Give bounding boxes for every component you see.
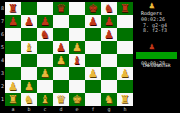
- black-clock: 00:00:28: [141, 61, 165, 66]
- black-pawn[interactable]: ♟: [85, 15, 101, 28]
- white-knight[interactable]: ♞: [101, 93, 117, 106]
- square-f1[interactable]: [85, 93, 101, 106]
- black-pawn[interactable]: ♟: [5, 15, 21, 28]
- square-e1[interactable]: ♚: [69, 93, 85, 106]
- black-pawn[interactable]: ♟: [21, 15, 37, 28]
- square-g8[interactable]: ♞: [101, 2, 117, 15]
- square-e4[interactable]: ♝: [69, 54, 85, 67]
- square-c8[interactable]: [37, 2, 53, 15]
- black-rook[interactable]: ♜: [117, 2, 133, 15]
- square-f3[interactable]: ♟: [85, 67, 101, 80]
- file-labels: abcdefgh: [5, 106, 133, 113]
- square-b6[interactable]: [21, 28, 37, 41]
- chess-board[interactable]: ♜♛♚♞♜♟♟♟♟♟♞♟♝♟♟♟♝♟♟♟♟♟♜♞♝♛♚♞♜: [5, 2, 133, 106]
- square-d3[interactable]: [53, 67, 69, 80]
- square-d6[interactable]: [53, 28, 69, 41]
- square-e2[interactable]: [69, 80, 85, 93]
- white-pawn[interactable]: ♟: [53, 54, 69, 67]
- chess-app-window: 87654321 ♜♛♚♞♜♟♟♟♟♟♞♟♝♟♟♟♝♟♟♟♟♟♜♞♝♛♚♞♜ a…: [0, 0, 180, 113]
- info-panel: ♟ Rodgers 00:02:26 7. g2-g4 8. f2-f3 ♟ C…: [133, 0, 180, 113]
- square-a2[interactable]: ♟: [5, 80, 21, 93]
- square-a3[interactable]: [5, 67, 21, 80]
- square-f6[interactable]: [85, 28, 101, 41]
- square-b8[interactable]: [21, 2, 37, 15]
- square-g2[interactable]: [101, 80, 117, 93]
- square-g5[interactable]: [101, 41, 117, 54]
- white-pawn[interactable]: ♟: [69, 41, 85, 54]
- black-king[interactable]: ♚: [85, 2, 101, 15]
- square-b4[interactable]: [21, 54, 37, 67]
- square-f5[interactable]: [85, 41, 101, 54]
- black-pawn[interactable]: ♟: [101, 15, 117, 28]
- white-rook[interactable]: ♜: [117, 93, 133, 106]
- square-a6[interactable]: [5, 28, 21, 41]
- square-f8[interactable]: ♚: [85, 2, 101, 15]
- square-f2[interactable]: [85, 80, 101, 93]
- white-bishop[interactable]: ♝: [37, 93, 53, 106]
- square-f7[interactable]: ♟: [85, 15, 101, 28]
- white-queen[interactable]: ♛: [53, 93, 69, 106]
- black-pawn[interactable]: ♟: [101, 28, 117, 41]
- square-b2[interactable]: ♟: [21, 80, 37, 93]
- square-h8[interactable]: ♜: [117, 2, 133, 15]
- file-label-a: a: [5, 106, 21, 113]
- active-player-highlight: CHESSMASTER: [136, 52, 177, 59]
- file-label-h: h: [117, 106, 133, 113]
- white-bishop[interactable]: ♝: [21, 41, 37, 54]
- white-pawn[interactable]: ♟: [5, 80, 21, 93]
- square-b7[interactable]: ♟: [21, 15, 37, 28]
- square-a4[interactable]: [5, 54, 21, 67]
- square-a8[interactable]: ♜: [5, 2, 21, 15]
- file-label-b: b: [21, 106, 37, 113]
- white-rook[interactable]: ♜: [5, 93, 21, 106]
- white-pawn[interactable]: ♟: [37, 67, 53, 80]
- square-d5[interactable]: ♟: [53, 41, 69, 54]
- file-label-e: e: [69, 106, 85, 113]
- black-knight[interactable]: ♞: [101, 2, 117, 15]
- square-h5[interactable]: [117, 41, 133, 54]
- square-c4[interactable]: [37, 54, 53, 67]
- square-d7[interactable]: [53, 15, 69, 28]
- square-c3[interactable]: ♟: [37, 67, 53, 80]
- square-a5[interactable]: [5, 41, 21, 54]
- square-g1[interactable]: ♞: [101, 93, 117, 106]
- black-rook[interactable]: ♜: [5, 2, 21, 15]
- white-pawn-icon: ♟: [149, 1, 154, 10]
- square-d8[interactable]: ♛: [53, 2, 69, 15]
- square-g7[interactable]: ♟: [101, 15, 117, 28]
- square-e7[interactable]: [69, 15, 85, 28]
- square-c2[interactable]: [37, 80, 53, 93]
- square-c5[interactable]: [37, 41, 53, 54]
- square-g3[interactable]: [101, 67, 117, 80]
- square-f4[interactable]: [85, 54, 101, 67]
- black-pawn[interactable]: ♟: [53, 41, 69, 54]
- square-h7[interactable]: [117, 15, 133, 28]
- white-pawn[interactable]: ♟: [117, 67, 133, 80]
- square-e3[interactable]: [69, 67, 85, 80]
- white-king[interactable]: ♚: [69, 93, 85, 106]
- square-e6[interactable]: [69, 28, 85, 41]
- square-b1[interactable]: ♞: [21, 93, 37, 106]
- file-label-c: c: [37, 106, 53, 113]
- square-h4[interactable]: [117, 54, 133, 67]
- white-pawn[interactable]: ♟: [21, 80, 37, 93]
- square-e8[interactable]: [69, 2, 85, 15]
- black-queen[interactable]: ♛: [53, 2, 69, 15]
- square-h1[interactable]: ♜: [117, 93, 133, 106]
- black-bishop[interactable]: ♝: [69, 54, 85, 67]
- black-knight[interactable]: ♞: [37, 28, 53, 41]
- square-b3[interactable]: [21, 67, 37, 80]
- move-list-line-2: 8. f2-f3: [143, 28, 167, 33]
- file-label-f: f: [85, 106, 101, 113]
- square-d1[interactable]: ♛: [53, 93, 69, 106]
- square-d4[interactable]: ♟: [53, 54, 69, 67]
- square-g6[interactable]: ♟: [101, 28, 117, 41]
- square-e5[interactable]: ♟: [69, 41, 85, 54]
- white-pawn[interactable]: ♟: [85, 67, 101, 80]
- square-a1[interactable]: ♜: [5, 93, 21, 106]
- square-h3[interactable]: ♟: [117, 67, 133, 80]
- white-knight[interactable]: ♞: [21, 93, 37, 106]
- square-b5[interactable]: ♝: [21, 41, 37, 54]
- square-c6[interactable]: ♞: [37, 28, 53, 41]
- square-g4[interactable]: [101, 54, 117, 67]
- file-label-g: g: [101, 106, 117, 113]
- square-d2[interactable]: [53, 80, 69, 93]
- square-c1[interactable]: ♝: [37, 93, 53, 106]
- black-pawn[interactable]: ♟: [37, 15, 53, 28]
- file-label-d: d: [53, 106, 69, 113]
- square-h6[interactable]: [117, 28, 133, 41]
- square-c7[interactable]: ♟: [37, 15, 53, 28]
- black-pawn-icon: ♟: [149, 42, 154, 51]
- square-h2[interactable]: [117, 80, 133, 93]
- square-a7[interactable]: ♟: [5, 15, 21, 28]
